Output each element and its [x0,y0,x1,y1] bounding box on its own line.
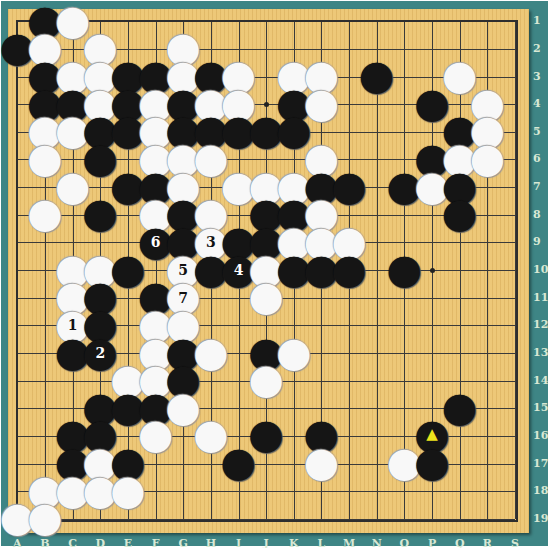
row-label-19: 19 [533,512,550,525]
white-stone-E18[interactable]: ● [114,477,142,505]
black-stone-I17[interactable]: ● [225,450,253,478]
black-stone-M10[interactable]: ● [335,256,363,284]
black-stone-D8[interactable]: ● [86,201,114,229]
column-label-P: P [422,537,442,548]
column-label-I: I [229,537,249,548]
move-number-label: 6 [151,234,161,250]
white-stone-glyph: ● [27,193,63,234]
black-stone-N3[interactable]: ● [363,63,391,91]
move-number-label: 1 [68,317,78,333]
row-label-18: 18 [533,484,550,497]
move-number-label: 7 [178,290,188,306]
row-label-6: 6 [533,152,550,165]
row-label-3: 3 [533,70,550,83]
black-stone-glyph: ● [387,248,423,289]
triangle-marker-P16: ▲ [418,421,446,449]
move-number-5-G10: 5 [169,256,197,284]
white-stone-B19[interactable]: ● [31,505,59,533]
move-number-3-H9: 3 [197,228,225,256]
column-label-Q: Q [450,537,470,548]
column-label-C: C [63,537,83,548]
row-label-4: 4 [533,97,550,110]
column-label-K: K [284,537,304,548]
move-number-label: 3 [206,234,216,250]
row-label-13: 13 [533,346,550,359]
black-stone-glyph: ● [442,193,478,234]
triangle-marker-icon: ▲ [426,427,438,442]
row-label-8: 8 [533,208,550,221]
black-stone-glyph: ● [82,193,118,234]
move-number-6-F9: 6 [142,228,170,256]
column-label-E: E [118,537,138,548]
column-label-D: D [90,537,110,548]
move-number-4-I10: 4 [225,256,253,284]
row-label-15: 15 [533,401,550,414]
row-label-7: 7 [533,180,550,193]
black-stone-glyph: ● [331,248,367,289]
white-stone-J14[interactable]: ● [252,367,280,395]
move-number-label: 5 [178,262,188,278]
white-stone-glyph: ● [248,359,284,400]
white-stone-glyph: ● [110,469,146,510]
move-number-2-D13: 2 [86,339,114,367]
row-label-14: 14 [533,374,550,387]
go-diagram-screenshot: ●●●●●●●●●●●●●●●●●●●●●●●●●●●●●●●●●●●●●●●●… [0,0,550,548]
white-stone-glyph: ● [27,497,63,538]
column-label-S: S [505,537,525,548]
row-label-17: 17 [533,457,550,470]
row-label-1: 1 [533,14,550,27]
black-stone-glyph: ● [359,55,395,96]
black-stone-P17[interactable]: ● [418,450,446,478]
move-number-label: 2 [95,345,105,361]
column-label-L: L [311,537,331,548]
white-stone-L17[interactable]: ● [307,450,335,478]
white-stone-glyph: ● [248,276,284,317]
white-stone-J11[interactable]: ● [252,284,280,312]
column-label-N: N [367,537,387,548]
black-stone-O10[interactable]: ● [390,256,418,284]
column-label-G: G [173,537,193,548]
row-label-10: 10 [533,263,550,276]
column-label-H: H [201,537,221,548]
row-label-12: 12 [533,318,550,331]
column-label-M: M [339,537,359,548]
black-stone-Q8[interactable]: ● [446,201,474,229]
move-number-label: 4 [234,262,244,278]
black-stone-glyph: ● [221,442,257,483]
row-label-16: 16 [533,429,550,442]
column-label-O: O [394,537,414,548]
column-label-R: R [477,537,497,548]
row-label-9: 9 [533,235,550,248]
row-label-11: 11 [533,291,550,304]
move-number-7-G11: 7 [169,284,197,312]
row-label-2: 2 [533,42,550,55]
column-label-F: F [146,537,166,548]
move-number-1-C12: 1 [59,311,87,339]
row-label-5: 5 [533,125,550,138]
white-stone-B8[interactable]: ● [31,201,59,229]
column-label-J: J [256,537,276,548]
white-stone-glyph: ● [304,442,340,483]
